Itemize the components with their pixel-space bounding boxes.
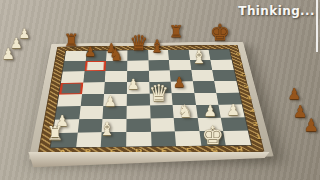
square-h2[interactable]: 2 xyxy=(221,117,248,131)
chess-app-screen: 8765432ABCDEFGH1 ♜♟♚♜♟♟♛♝♟♟♞♝♟♟♟♛♟♟♟♞♟♟♟… xyxy=(0,0,320,180)
piece-wB-c1[interactable]: ♝ xyxy=(99,120,115,138)
square-e7[interactable] xyxy=(148,60,170,71)
rank-label-3: 3 xyxy=(249,108,256,113)
square-b5[interactable] xyxy=(82,82,105,94)
square-f1[interactable]: F xyxy=(175,131,201,146)
piece-bQ-d7[interactable]: ♛ xyxy=(130,33,149,54)
rank-label-4: 4 xyxy=(246,96,253,101)
piece-wP-h2[interactable]: ♟ xyxy=(227,103,240,118)
piece-wB-g6[interactable]: ♝ xyxy=(191,48,207,66)
square-d4[interactable] xyxy=(127,93,150,105)
captured-black-pawn-1: ♟ xyxy=(288,87,301,102)
square-e3[interactable] xyxy=(150,105,174,118)
square-h6[interactable]: 6 xyxy=(213,70,237,81)
square-a8[interactable] xyxy=(64,51,86,61)
background-edge-line xyxy=(316,0,318,52)
square-b7[interactable] xyxy=(84,61,106,72)
square-a7[interactable] xyxy=(63,61,86,72)
piece-bR-a8[interactable]: ♜ xyxy=(64,32,79,49)
piece-bP-f4[interactable]: ♟ xyxy=(173,75,186,89)
square-e1[interactable]: E xyxy=(151,132,177,147)
piece-wP-g2[interactable]: ♟ xyxy=(204,104,217,119)
square-a6[interactable] xyxy=(61,71,84,82)
square-e2[interactable] xyxy=(150,118,175,132)
engine-status-text: Thinking... xyxy=(238,4,315,18)
square-h1[interactable]: H1 xyxy=(224,131,252,146)
piece-bP-b7[interactable]: ♟ xyxy=(85,45,97,58)
piece-bK-h8[interactable]: ♚ xyxy=(210,22,230,44)
square-d1[interactable]: D xyxy=(126,132,151,147)
square-b6[interactable] xyxy=(83,71,106,82)
square-f7[interactable] xyxy=(169,60,191,71)
square-h5[interactable]: 5 xyxy=(214,81,238,93)
square-g6[interactable] xyxy=(191,70,214,81)
file-label-H: H xyxy=(226,147,252,153)
rank-label-6: 6 xyxy=(240,73,246,77)
piece-wQ-e3[interactable]: ♛ xyxy=(149,82,170,105)
square-c6[interactable] xyxy=(105,71,127,82)
square-h7[interactable]: 7 xyxy=(211,59,234,70)
square-b1[interactable]: B xyxy=(76,132,102,147)
square-b4[interactable] xyxy=(80,94,104,106)
piece-bB-e7[interactable]: ♝ xyxy=(150,38,165,55)
square-a4[interactable] xyxy=(57,94,82,106)
square-d2[interactable] xyxy=(126,118,150,132)
captured-black-pawn-3: ♟ xyxy=(304,117,319,134)
piece-wR-a1[interactable]: ♜ xyxy=(47,124,64,143)
square-h8[interactable]: 8 xyxy=(209,49,232,59)
piece-wP-c3[interactable]: ♟ xyxy=(104,94,117,108)
rank-label-7: 7 xyxy=(238,62,244,66)
square-g5[interactable] xyxy=(193,81,217,93)
piece-wP-d4[interactable]: ♟ xyxy=(127,77,140,91)
square-f8[interactable] xyxy=(168,50,190,60)
piece-bR-f8[interactable]: ♜ xyxy=(169,24,183,40)
rank-label-2: 2 xyxy=(252,121,259,126)
piece-wK-g1[interactable]: ♚ xyxy=(202,123,224,148)
rank-label-1: 1 xyxy=(255,135,262,141)
rank-label-5: 5 xyxy=(243,84,250,89)
square-d3[interactable] xyxy=(126,106,150,119)
rank-label-8: 8 xyxy=(235,52,241,56)
piece-bN-c6[interactable]: ♞ xyxy=(109,47,123,63)
square-a5[interactable] xyxy=(59,82,83,94)
captured-white-pawn-3: ♟ xyxy=(2,47,15,62)
square-d7[interactable] xyxy=(127,60,148,71)
piece-wN-f2[interactable]: ♞ xyxy=(178,103,193,120)
